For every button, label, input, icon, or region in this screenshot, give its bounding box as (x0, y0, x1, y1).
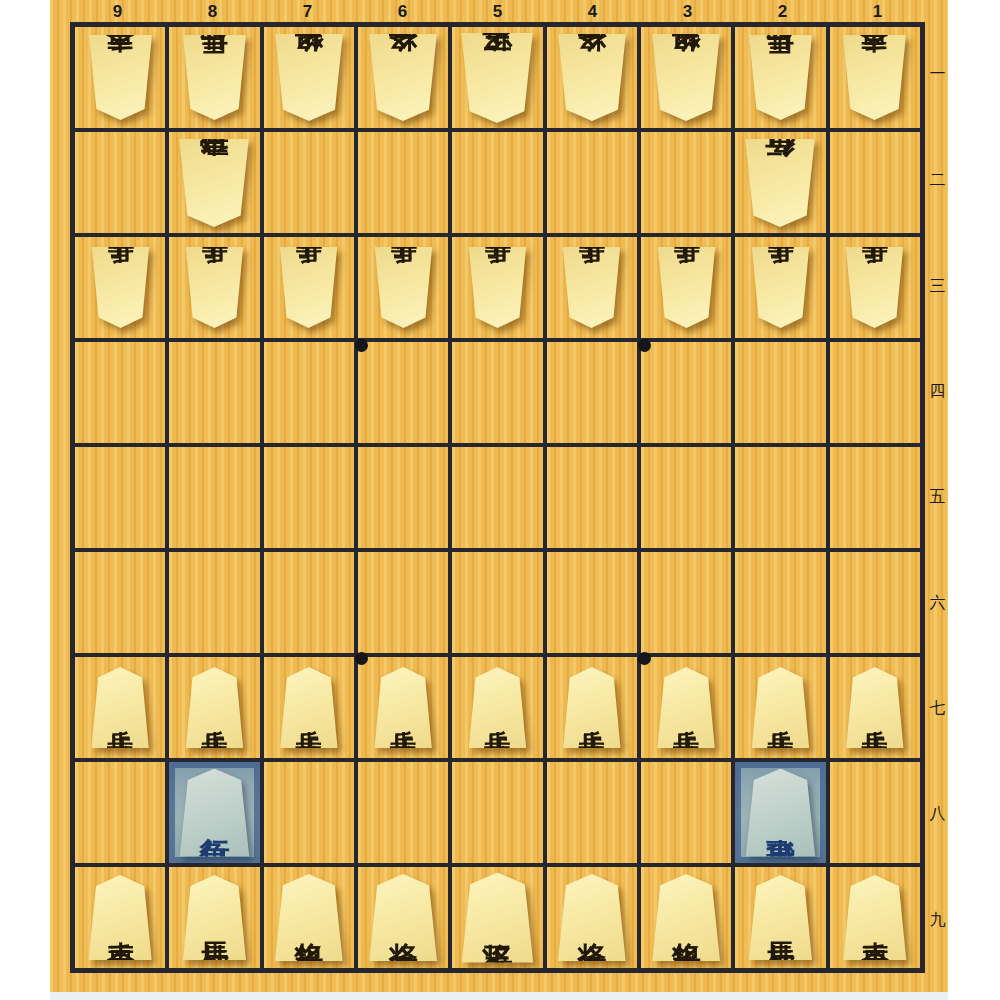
piece-body: 銀将 (650, 34, 722, 121)
piece-kanji: 歩兵 (296, 285, 322, 291)
square-6-6[interactable] (358, 552, 448, 653)
square-5-8[interactable] (452, 762, 542, 863)
square-9-4[interactable] (75, 342, 165, 443)
piece-kanji: 歩兵 (862, 705, 888, 711)
file-label-5: 5 (450, 0, 545, 21)
rank-label-9: 九 (927, 867, 948, 973)
square-8-1[interactable]: 桂馬 (169, 27, 259, 128)
shogi-app: 987654321 香車桂馬銀将金将王将金将銀将桂馬香車飛車角行歩兵歩兵歩兵歩兵… (0, 0, 1000, 1000)
square-7-2[interactable] (264, 132, 354, 233)
square-6-4[interactable] (358, 342, 448, 443)
square-4-4[interactable] (547, 342, 637, 443)
piece-kanji: 歩兵 (673, 285, 699, 291)
piece-kanji: 歩兵 (862, 285, 888, 291)
square-1-3[interactable]: 歩兵 (830, 237, 920, 338)
square-3-3[interactable]: 歩兵 (641, 237, 731, 338)
square-6-3[interactable]: 歩兵 (358, 237, 448, 338)
square-2-8[interactable]: 飛車 (735, 762, 825, 863)
gote-gold[interactable]: 金将 (367, 34, 439, 121)
square-6-7[interactable]: 歩兵 (358, 657, 448, 758)
piece-body: 金将 (556, 874, 628, 961)
square-3-8[interactable] (641, 762, 731, 863)
sente-pawn[interactable]: 歩兵 (278, 667, 339, 748)
piece-kanji: 金将 (389, 915, 418, 921)
square-6-8[interactable] (358, 762, 448, 863)
piece-kanji: 角行 (199, 810, 229, 816)
piece-kanji: 桂馬 (766, 915, 794, 921)
file-label-2: 2 (735, 0, 830, 21)
piece-body: 銀将 (273, 874, 345, 961)
square-2-1[interactable]: 桂馬 (735, 27, 825, 128)
piece-body: 玉将 (459, 873, 535, 963)
gote-pawn[interactable]: 歩兵 (90, 247, 151, 328)
piece-kanji: 香車 (861, 75, 889, 81)
piece-body: 飛車 (743, 769, 817, 857)
square-3-6[interactable] (641, 552, 731, 653)
piece-body: 桂馬 (747, 875, 814, 960)
piece-body: 歩兵 (278, 247, 339, 328)
sente-lance[interactable]: 香車 (87, 875, 154, 960)
piece-body: 銀将 (273, 34, 345, 121)
piece-kanji: 歩兵 (673, 705, 699, 711)
square-4-9[interactable]: 金将 (547, 867, 637, 968)
sente-pawn[interactable]: 歩兵 (656, 667, 717, 748)
square-1-7[interactable]: 歩兵 (830, 657, 920, 758)
piece-body: 歩兵 (373, 247, 434, 328)
square-9-1[interactable]: 香車 (75, 27, 165, 128)
piece-kanji: 王将 (482, 75, 513, 81)
piece-body: 桂馬 (181, 35, 248, 120)
square-2-6[interactable] (735, 552, 825, 653)
square-2-3[interactable]: 歩兵 (735, 237, 825, 338)
piece-body: 香車 (87, 875, 154, 960)
piece-body: 歩兵 (750, 247, 811, 328)
star-point (638, 652, 651, 665)
rank-label-7: 七 (927, 656, 948, 762)
gote-silver[interactable]: 銀将 (273, 34, 345, 121)
square-5-4[interactable] (452, 342, 542, 443)
piece-kanji: 歩兵 (390, 285, 416, 291)
square-3-2[interactable] (641, 132, 731, 233)
piece-kanji: 歩兵 (767, 285, 793, 291)
sente-pawn[interactable]: 歩兵 (561, 667, 622, 748)
file-label-1: 1 (830, 0, 925, 21)
file-label-9: 9 (70, 0, 165, 21)
piece-body: 香車 (87, 35, 154, 120)
square-5-7[interactable]: 歩兵 (452, 657, 542, 758)
piece-kanji: 金将 (577, 75, 606, 81)
square-6-1[interactable]: 金将 (358, 27, 448, 128)
piece-kanji: 桂馬 (200, 915, 228, 921)
piece-body: 歩兵 (467, 247, 528, 328)
piece-kanji: 金将 (577, 915, 606, 921)
piece-kanji: 香車 (861, 915, 889, 921)
piece-body: 歩兵 (561, 247, 622, 328)
gote-rook[interactable]: 飛車 (177, 139, 251, 227)
square-2-4[interactable] (735, 342, 825, 443)
gote-pawn[interactable]: 歩兵 (278, 247, 339, 328)
piece-kanji: 銀将 (294, 75, 323, 81)
piece-body: 香車 (841, 875, 908, 960)
sente-pawn[interactable]: 歩兵 (373, 667, 434, 748)
square-5-2[interactable] (452, 132, 542, 233)
piece-kanji: 歩兵 (107, 705, 133, 711)
piece-kanji: 歩兵 (579, 705, 605, 711)
piece-body: 桂馬 (181, 875, 248, 960)
piece-kanji: 歩兵 (767, 705, 793, 711)
file-label-4: 4 (545, 0, 640, 21)
sente-knight[interactable]: 桂馬 (181, 875, 248, 960)
rank-label-4: 四 (927, 339, 948, 445)
piece-kanji: 歩兵 (484, 285, 510, 291)
square-5-5[interactable] (452, 447, 542, 548)
piece-body: 歩兵 (278, 667, 339, 748)
square-1-8[interactable] (830, 762, 920, 863)
square-5-9[interactable]: 玉将 (452, 867, 542, 968)
square-2-5[interactable] (735, 447, 825, 548)
gote-lance[interactable]: 香車 (841, 35, 908, 120)
piece-body: 歩兵 (184, 667, 245, 748)
square-1-2[interactable] (830, 132, 920, 233)
piece-body: 金将 (556, 34, 628, 121)
square-9-8[interactable] (75, 762, 165, 863)
piece-body: 銀将 (650, 874, 722, 961)
square-9-5[interactable] (75, 447, 165, 548)
square-9-7[interactable]: 歩兵 (75, 657, 165, 758)
piece-kanji: 歩兵 (107, 285, 133, 291)
square-9-6[interactable] (75, 552, 165, 653)
square-8-2[interactable]: 飛車 (169, 132, 259, 233)
square-2-2[interactable]: 角行 (735, 132, 825, 233)
piece-kanji: 歩兵 (579, 285, 605, 291)
sente-bishop[interactable]: 角行 (177, 769, 251, 857)
piece-body: 角行 (743, 139, 817, 227)
rank-label-2: 二 (927, 128, 948, 234)
gote-knight[interactable]: 桂馬 (181, 35, 248, 120)
piece-kanji: 桂馬 (766, 75, 794, 81)
square-2-7[interactable]: 歩兵 (735, 657, 825, 758)
file-label-7: 7 (260, 0, 355, 21)
sente-gold[interactable]: 金将 (367, 874, 439, 961)
gote-pawn[interactable]: 歩兵 (184, 247, 245, 328)
square-8-8[interactable]: 角行 (169, 762, 259, 863)
sente-silver[interactable]: 銀将 (650, 874, 722, 961)
rank-label-1: 一 (927, 22, 948, 128)
square-8-6[interactable] (169, 552, 259, 653)
piece-body: 歩兵 (844, 247, 905, 328)
gote-knight[interactable]: 桂馬 (747, 35, 814, 120)
square-3-9[interactable]: 銀将 (641, 867, 731, 968)
square-7-6[interactable] (264, 552, 354, 653)
square-7-4[interactable] (264, 342, 354, 443)
piece-body: 歩兵 (561, 667, 622, 748)
square-7-9[interactable]: 銀将 (264, 867, 354, 968)
piece-kanji: 桂馬 (200, 75, 228, 81)
square-1-9[interactable]: 香車 (830, 867, 920, 968)
square-6-2[interactable] (358, 132, 448, 233)
piece-kanji: 歩兵 (390, 705, 416, 711)
rank-label-5: 五 (927, 445, 948, 551)
rank-label-3: 三 (927, 233, 948, 339)
square-9-3[interactable]: 歩兵 (75, 237, 165, 338)
sente-lance[interactable]: 香車 (841, 875, 908, 960)
piece-kanji: 角行 (765, 180, 795, 186)
gote-pawn[interactable]: 歩兵 (561, 247, 622, 328)
square-7-3[interactable]: 歩兵 (264, 237, 354, 338)
gote-pawn[interactable]: 歩兵 (750, 247, 811, 328)
rank-label-6: 六 (927, 550, 948, 656)
rank-labels: 一二三四五六七八九 (927, 22, 948, 973)
piece-kanji: 飛車 (199, 180, 229, 186)
sente-gold[interactable]: 金将 (556, 874, 628, 961)
square-4-1[interactable]: 金将 (547, 27, 637, 128)
piece-kanji: 歩兵 (484, 705, 510, 711)
gote-gold[interactable]: 金将 (556, 34, 628, 121)
piece-body: 桂馬 (747, 35, 814, 120)
square-8-3[interactable]: 歩兵 (169, 237, 259, 338)
file-label-3: 3 (640, 0, 735, 21)
square-6-9[interactable]: 金将 (358, 867, 448, 968)
square-7-8[interactable] (264, 762, 354, 863)
sente-pawn[interactable]: 歩兵 (844, 667, 905, 748)
file-labels: 987654321 (70, 0, 925, 21)
shogi-board: 香車桂馬銀将金将王将金将銀将桂馬香車飛車角行歩兵歩兵歩兵歩兵歩兵歩兵歩兵歩兵歩兵… (70, 22, 925, 973)
piece-body: 香車 (841, 35, 908, 120)
square-3-5[interactable] (641, 447, 731, 548)
piece-body: 金将 (367, 34, 439, 121)
sente-king[interactable]: 玉将 (459, 873, 535, 963)
square-3-1[interactable]: 銀将 (641, 27, 731, 128)
piece-kanji: 金将 (389, 75, 418, 81)
square-7-5[interactable] (264, 447, 354, 548)
square-8-7[interactable]: 歩兵 (169, 657, 259, 758)
piece-body: 歩兵 (90, 247, 151, 328)
sente-rook[interactable]: 飛車 (743, 769, 817, 857)
square-2-9[interactable]: 桂馬 (735, 867, 825, 968)
rank-label-8: 八 (927, 762, 948, 868)
square-7-7[interactable]: 歩兵 (264, 657, 354, 758)
square-4-2[interactable] (547, 132, 637, 233)
piece-kanji: 飛車 (765, 810, 795, 816)
piece-body: 歩兵 (467, 667, 528, 748)
square-5-1[interactable]: 王将 (452, 27, 542, 128)
square-5-6[interactable] (452, 552, 542, 653)
piece-body: 歩兵 (184, 247, 245, 328)
piece-body: 歩兵 (656, 667, 717, 748)
piece-body: 歩兵 (750, 667, 811, 748)
square-8-4[interactable] (169, 342, 259, 443)
square-6-5[interactable] (358, 447, 448, 548)
piece-body: 歩兵 (90, 667, 151, 748)
square-9-2[interactable] (75, 132, 165, 233)
gote-king[interactable]: 王将 (459, 33, 535, 123)
sente-pawn[interactable]: 歩兵 (750, 667, 811, 748)
piece-kanji: 歩兵 (296, 705, 322, 711)
square-3-4[interactable] (641, 342, 731, 443)
piece-body: 歩兵 (844, 667, 905, 748)
square-4-8[interactable] (547, 762, 637, 863)
square-4-7[interactable]: 歩兵 (547, 657, 637, 758)
square-1-6[interactable] (830, 552, 920, 653)
piece-kanji: 銀将 (672, 915, 701, 921)
sente-pawn[interactable]: 歩兵 (184, 667, 245, 748)
gote-lance[interactable]: 香車 (87, 35, 154, 120)
sente-pawn[interactable]: 歩兵 (467, 667, 528, 748)
piece-kanji: 香車 (106, 75, 134, 81)
piece-kanji: 香車 (106, 915, 134, 921)
square-5-3[interactable]: 歩兵 (452, 237, 542, 338)
piece-body: 歩兵 (373, 667, 434, 748)
piece-body: 歩兵 (656, 247, 717, 328)
piece-body: 角行 (177, 769, 251, 857)
square-1-5[interactable] (830, 447, 920, 548)
gote-pawn[interactable]: 歩兵 (467, 247, 528, 328)
star-point (355, 339, 368, 352)
square-3-7[interactable]: 歩兵 (641, 657, 731, 758)
square-4-6[interactable] (547, 552, 637, 653)
sente-pawn[interactable]: 歩兵 (90, 667, 151, 748)
sente-knight[interactable]: 桂馬 (747, 875, 814, 960)
square-1-4[interactable] (830, 342, 920, 443)
piece-kanji: 歩兵 (201, 705, 227, 711)
gote-pawn[interactable]: 歩兵 (844, 247, 905, 328)
piece-body: 飛車 (177, 139, 251, 227)
square-9-9[interactable]: 香車 (75, 867, 165, 968)
bottom-edge-strip (50, 992, 948, 1000)
star-point (355, 652, 368, 665)
piece-body: 王将 (459, 33, 535, 123)
piece-body: 金将 (367, 874, 439, 961)
sente-silver[interactable]: 銀将 (273, 874, 345, 961)
gote-silver[interactable]: 銀将 (650, 34, 722, 121)
square-4-5[interactable] (547, 447, 637, 548)
square-1-1[interactable]: 香車 (830, 27, 920, 128)
gote-pawn[interactable]: 歩兵 (656, 247, 717, 328)
square-8-9[interactable]: 桂馬 (169, 867, 259, 968)
piece-kanji: 歩兵 (201, 285, 227, 291)
piece-kanji: 銀将 (294, 915, 323, 921)
square-4-3[interactable]: 歩兵 (547, 237, 637, 338)
square-8-5[interactable] (169, 447, 259, 548)
file-label-6: 6 (355, 0, 450, 21)
gote-pawn[interactable]: 歩兵 (373, 247, 434, 328)
piece-kanji: 玉将 (482, 915, 513, 921)
star-point (638, 339, 651, 352)
piece-kanji: 銀将 (672, 75, 701, 81)
square-7-1[interactable]: 銀将 (264, 27, 354, 128)
gote-bishop[interactable]: 角行 (743, 139, 817, 227)
file-label-8: 8 (165, 0, 260, 21)
